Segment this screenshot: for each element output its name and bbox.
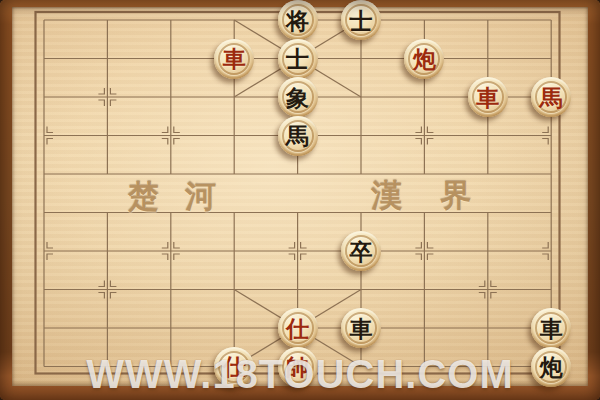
piece-black-elephant[interactable]: 象: [278, 77, 318, 117]
piece-glyph: 馬: [531, 77, 571, 117]
piece-glyph: 馬: [278, 116, 318, 156]
piece-glyph: 炮: [404, 39, 444, 79]
piece-glyph: 士: [341, 0, 381, 40]
piece-glyph: 士: [278, 39, 318, 79]
piece-glyph: 車: [341, 308, 381, 348]
piece-black-cannon[interactable]: 炮: [531, 347, 571, 387]
piece-glyph: 象: [278, 77, 318, 117]
piece-red-chariot[interactable]: 車: [214, 39, 254, 79]
watermark: WWW.18TOUCH.COM: [86, 352, 514, 397]
piece-glyph: 車: [531, 308, 571, 348]
piece-glyph: 車: [214, 39, 254, 79]
piece-glyph: 仕: [278, 308, 318, 348]
piece-glyph: 炮: [531, 347, 571, 387]
piece-black-general[interactable]: 将: [278, 0, 318, 40]
piece-red-cannon[interactable]: 炮: [404, 39, 444, 79]
piece-black-soldier[interactable]: 卒: [341, 231, 381, 271]
piece-red-advisor[interactable]: 仕: [278, 308, 318, 348]
piece-glyph: 卒: [341, 231, 381, 271]
piece-black-chariot[interactable]: 車: [341, 308, 381, 348]
piece-red-horse[interactable]: 馬: [531, 77, 571, 117]
piece-black-horse[interactable]: 馬: [278, 116, 318, 156]
piece-glyph: 将: [278, 0, 318, 40]
piece-black-advisor[interactable]: 士: [278, 39, 318, 79]
piece-black-chariot[interactable]: 車: [531, 308, 571, 348]
piece-black-advisor[interactable]: 士: [341, 0, 381, 40]
piece-red-chariot[interactable]: 車: [468, 77, 508, 117]
river-label-right: 漢界: [333, 175, 509, 217]
river-label-left: 楚河: [102, 176, 242, 218]
xiangqi-app-window: 楚河 漢界 将士車士炮象車馬馬卒仕車車仕帥炮 WWW.18TOUCH.COM: [0, 0, 600, 400]
piece-glyph: 車: [468, 77, 508, 117]
